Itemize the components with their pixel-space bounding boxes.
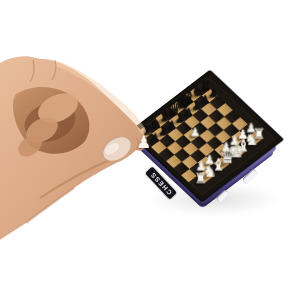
scene: ♜♞♝♛♚♝♞♜♟♟♟♟♟♟♟♟♟♟♟♟♟♟♟♜♞♝♛♚♝♞♜ CHESS <box>0 0 300 300</box>
held-piece: ♟ <box>136 134 151 151</box>
